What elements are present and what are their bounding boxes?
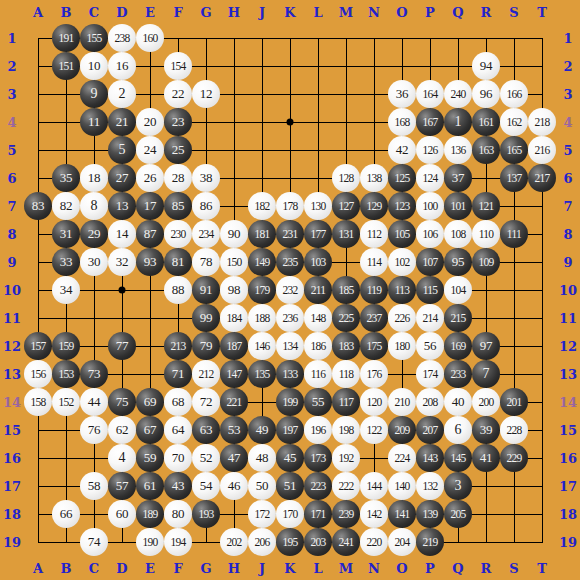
intersection-K3[interactable] — [276, 80, 304, 108]
intersection-N14[interactable]: 120 — [360, 388, 388, 416]
intersection-J13[interactable]: 135 — [248, 360, 276, 388]
intersection-D14[interactable]: 75 — [108, 388, 136, 416]
intersection-P2[interactable] — [416, 52, 444, 80]
intersection-O16[interactable]: 224 — [388, 444, 416, 472]
intersection-H12[interactable]: 187 — [220, 332, 248, 360]
intersection-N6[interactable]: 138 — [360, 164, 388, 192]
intersection-N3[interactable] — [360, 80, 388, 108]
intersection-F4[interactable]: 23 — [164, 108, 192, 136]
intersection-R1[interactable] — [472, 24, 500, 52]
intersection-M1[interactable] — [332, 24, 360, 52]
intersection-R2[interactable]: 94 — [472, 52, 500, 80]
intersection-L4[interactable] — [304, 108, 332, 136]
intersection-H13[interactable]: 147 — [220, 360, 248, 388]
intersection-N12[interactable]: 175 — [360, 332, 388, 360]
intersection-S17[interactable] — [500, 472, 528, 500]
intersection-E8[interactable]: 87 — [136, 220, 164, 248]
intersection-F15[interactable]: 64 — [164, 416, 192, 444]
intersection-O6[interactable]: 125 — [388, 164, 416, 192]
intersection-G5[interactable] — [192, 136, 220, 164]
intersection-T8[interactable] — [528, 220, 556, 248]
intersection-J4[interactable] — [248, 108, 276, 136]
intersection-D5[interactable]: 5 — [108, 136, 136, 164]
intersection-T11[interactable] — [528, 304, 556, 332]
intersection-J11[interactable]: 188 — [248, 304, 276, 332]
intersection-R13[interactable]: 7 — [472, 360, 500, 388]
intersection-M11[interactable]: 225 — [332, 304, 360, 332]
intersection-O3[interactable]: 36 — [388, 80, 416, 108]
intersection-T5[interactable]: 216 — [528, 136, 556, 164]
intersection-M17[interactable]: 222 — [332, 472, 360, 500]
intersection-A1[interactable] — [24, 24, 52, 52]
intersection-T17[interactable] — [528, 472, 556, 500]
intersection-S11[interactable] — [500, 304, 528, 332]
intersection-T7[interactable] — [528, 192, 556, 220]
intersection-H10[interactable]: 98 — [220, 276, 248, 304]
intersection-J5[interactable] — [248, 136, 276, 164]
intersection-F10[interactable]: 88 — [164, 276, 192, 304]
intersection-M5[interactable] — [332, 136, 360, 164]
intersection-Q5[interactable]: 136 — [444, 136, 472, 164]
intersection-D19[interactable] — [108, 528, 136, 556]
intersection-Q11[interactable]: 215 — [444, 304, 472, 332]
intersection-A9[interactable] — [24, 248, 52, 276]
intersection-L12[interactable]: 186 — [304, 332, 332, 360]
intersection-O15[interactable]: 209 — [388, 416, 416, 444]
intersection-J16[interactable]: 48 — [248, 444, 276, 472]
intersection-A12[interactable]: 157 — [24, 332, 52, 360]
intersection-B10[interactable]: 34 — [52, 276, 80, 304]
intersection-F6[interactable]: 28 — [164, 164, 192, 192]
intersection-H8[interactable]: 90 — [220, 220, 248, 248]
intersection-M10[interactable]: 185 — [332, 276, 360, 304]
intersection-F11[interactable] — [164, 304, 192, 332]
intersection-R8[interactable]: 110 — [472, 220, 500, 248]
intersection-A7[interactable]: 83 — [24, 192, 52, 220]
intersection-E3[interactable] — [136, 80, 164, 108]
intersection-Q17[interactable]: 3 — [444, 472, 472, 500]
intersection-H1[interactable] — [220, 24, 248, 52]
intersection-O10[interactable]: 113 — [388, 276, 416, 304]
intersection-L17[interactable]: 223 — [304, 472, 332, 500]
intersection-O12[interactable]: 180 — [388, 332, 416, 360]
intersection-E2[interactable] — [136, 52, 164, 80]
intersection-A13[interactable]: 156 — [24, 360, 52, 388]
intersection-H15[interactable]: 53 — [220, 416, 248, 444]
intersection-C15[interactable]: 76 — [80, 416, 108, 444]
intersection-N10[interactable]: 119 — [360, 276, 388, 304]
intersection-K17[interactable]: 51 — [276, 472, 304, 500]
intersection-M18[interactable]: 239 — [332, 500, 360, 528]
intersection-B4[interactable] — [52, 108, 80, 136]
intersection-N8[interactable]: 112 — [360, 220, 388, 248]
intersection-K1[interactable] — [276, 24, 304, 52]
intersection-F3[interactable]: 22 — [164, 80, 192, 108]
intersection-O17[interactable]: 140 — [388, 472, 416, 500]
intersection-L1[interactable] — [304, 24, 332, 52]
intersection-B14[interactable]: 152 — [52, 388, 80, 416]
intersection-B12[interactable]: 159 — [52, 332, 80, 360]
intersection-M2[interactable] — [332, 52, 360, 80]
intersection-K9[interactable]: 235 — [276, 248, 304, 276]
intersection-L6[interactable] — [304, 164, 332, 192]
intersection-J18[interactable]: 172 — [248, 500, 276, 528]
intersection-S4[interactable]: 162 — [500, 108, 528, 136]
intersection-B5[interactable] — [52, 136, 80, 164]
intersection-G9[interactable]: 78 — [192, 248, 220, 276]
intersection-S3[interactable]: 166 — [500, 80, 528, 108]
intersection-Q12[interactable]: 169 — [444, 332, 472, 360]
intersection-K14[interactable]: 199 — [276, 388, 304, 416]
intersection-D2[interactable]: 16 — [108, 52, 136, 80]
intersection-G3[interactable]: 12 — [192, 80, 220, 108]
intersection-A16[interactable] — [24, 444, 52, 472]
intersection-R3[interactable]: 96 — [472, 80, 500, 108]
intersection-N2[interactable] — [360, 52, 388, 80]
intersection-H2[interactable] — [220, 52, 248, 80]
intersection-C10[interactable] — [80, 276, 108, 304]
intersection-P1[interactable] — [416, 24, 444, 52]
intersection-L11[interactable]: 148 — [304, 304, 332, 332]
intersection-D3[interactable]: 2 — [108, 80, 136, 108]
intersection-S8[interactable]: 111 — [500, 220, 528, 248]
intersection-M16[interactable]: 192 — [332, 444, 360, 472]
intersection-B15[interactable] — [52, 416, 80, 444]
intersection-L13[interactable]: 116 — [304, 360, 332, 388]
intersection-M12[interactable]: 183 — [332, 332, 360, 360]
intersection-E18[interactable]: 189 — [136, 500, 164, 528]
intersection-P10[interactable]: 115 — [416, 276, 444, 304]
intersection-N16[interactable] — [360, 444, 388, 472]
intersection-Q1[interactable] — [444, 24, 472, 52]
intersection-T12[interactable] — [528, 332, 556, 360]
intersection-L2[interactable] — [304, 52, 332, 80]
intersection-H6[interactable] — [220, 164, 248, 192]
intersection-Q3[interactable]: 240 — [444, 80, 472, 108]
intersection-E13[interactable] — [136, 360, 164, 388]
intersection-S5[interactable]: 165 — [500, 136, 528, 164]
intersection-A5[interactable] — [24, 136, 52, 164]
intersection-J15[interactable]: 49 — [248, 416, 276, 444]
intersection-R12[interactable]: 97 — [472, 332, 500, 360]
intersection-R17[interactable] — [472, 472, 500, 500]
intersection-R10[interactable] — [472, 276, 500, 304]
intersection-E12[interactable] — [136, 332, 164, 360]
intersection-A18[interactable] — [24, 500, 52, 528]
intersection-G14[interactable]: 72 — [192, 388, 220, 416]
intersection-N7[interactable]: 129 — [360, 192, 388, 220]
intersection-N11[interactable]: 237 — [360, 304, 388, 332]
intersection-T13[interactable] — [528, 360, 556, 388]
intersection-C5[interactable] — [80, 136, 108, 164]
intersection-S6[interactable]: 137 — [500, 164, 528, 192]
intersection-D6[interactable]: 27 — [108, 164, 136, 192]
intersection-J2[interactable] — [248, 52, 276, 80]
intersection-B2[interactable]: 151 — [52, 52, 80, 80]
intersection-M7[interactable]: 127 — [332, 192, 360, 220]
intersection-E17[interactable]: 61 — [136, 472, 164, 500]
intersection-E15[interactable]: 67 — [136, 416, 164, 444]
intersection-B8[interactable]: 31 — [52, 220, 80, 248]
intersection-N9[interactable]: 114 — [360, 248, 388, 276]
intersection-G15[interactable]: 63 — [192, 416, 220, 444]
intersection-P4[interactable]: 167 — [416, 108, 444, 136]
intersection-T2[interactable] — [528, 52, 556, 80]
intersection-J7[interactable]: 182 — [248, 192, 276, 220]
intersection-R11[interactable] — [472, 304, 500, 332]
intersection-C9[interactable]: 30 — [80, 248, 108, 276]
intersection-S9[interactable] — [500, 248, 528, 276]
intersection-S1[interactable] — [500, 24, 528, 52]
intersection-A4[interactable] — [24, 108, 52, 136]
intersection-M6[interactable]: 128 — [332, 164, 360, 192]
intersection-F5[interactable]: 25 — [164, 136, 192, 164]
intersection-Q14[interactable]: 40 — [444, 388, 472, 416]
intersection-H17[interactable]: 46 — [220, 472, 248, 500]
intersection-N5[interactable] — [360, 136, 388, 164]
intersection-O4[interactable]: 168 — [388, 108, 416, 136]
intersection-S18[interactable] — [500, 500, 528, 528]
intersection-A6[interactable] — [24, 164, 52, 192]
intersection-P15[interactable]: 207 — [416, 416, 444, 444]
intersection-M4[interactable] — [332, 108, 360, 136]
intersection-S14[interactable]: 201 — [500, 388, 528, 416]
intersection-E11[interactable] — [136, 304, 164, 332]
intersection-K11[interactable]: 236 — [276, 304, 304, 332]
intersection-Q10[interactable]: 104 — [444, 276, 472, 304]
intersection-S10[interactable] — [500, 276, 528, 304]
intersection-C3[interactable]: 9 — [80, 80, 108, 108]
intersection-D18[interactable]: 60 — [108, 500, 136, 528]
intersection-O2[interactable] — [388, 52, 416, 80]
intersection-Q6[interactable]: 37 — [444, 164, 472, 192]
intersection-F1[interactable] — [164, 24, 192, 52]
intersection-E6[interactable]: 26 — [136, 164, 164, 192]
intersection-P19[interactable]: 219 — [416, 528, 444, 556]
intersection-J8[interactable]: 181 — [248, 220, 276, 248]
intersection-G13[interactable]: 212 — [192, 360, 220, 388]
intersection-R14[interactable]: 200 — [472, 388, 500, 416]
intersection-Q15[interactable]: 6 — [444, 416, 472, 444]
intersection-C16[interactable] — [80, 444, 108, 472]
intersection-K8[interactable]: 231 — [276, 220, 304, 248]
intersection-D9[interactable]: 32 — [108, 248, 136, 276]
intersection-F12[interactable]: 213 — [164, 332, 192, 360]
intersection-M3[interactable] — [332, 80, 360, 108]
intersection-O5[interactable]: 42 — [388, 136, 416, 164]
intersection-Q2[interactable] — [444, 52, 472, 80]
intersection-M8[interactable]: 131 — [332, 220, 360, 248]
intersection-L8[interactable]: 177 — [304, 220, 332, 248]
intersection-E10[interactable] — [136, 276, 164, 304]
intersection-L5[interactable] — [304, 136, 332, 164]
intersection-S12[interactable] — [500, 332, 528, 360]
intersection-P7[interactable]: 100 — [416, 192, 444, 220]
intersection-D10[interactable] — [108, 276, 136, 304]
intersection-E19[interactable]: 190 — [136, 528, 164, 556]
intersection-T18[interactable] — [528, 500, 556, 528]
intersection-B6[interactable]: 35 — [52, 164, 80, 192]
intersection-F17[interactable]: 43 — [164, 472, 192, 500]
intersection-R6[interactable] — [472, 164, 500, 192]
intersection-O14[interactable]: 210 — [388, 388, 416, 416]
intersection-C1[interactable]: 155 — [80, 24, 108, 52]
intersection-K2[interactable] — [276, 52, 304, 80]
intersection-J6[interactable] — [248, 164, 276, 192]
intersection-L3[interactable] — [304, 80, 332, 108]
intersection-H5[interactable] — [220, 136, 248, 164]
intersection-C4[interactable]: 11 — [80, 108, 108, 136]
intersection-B9[interactable]: 33 — [52, 248, 80, 276]
intersection-D13[interactable] — [108, 360, 136, 388]
intersection-A19[interactable] — [24, 528, 52, 556]
intersection-D7[interactable]: 13 — [108, 192, 136, 220]
intersection-J17[interactable]: 50 — [248, 472, 276, 500]
intersection-R16[interactable]: 41 — [472, 444, 500, 472]
intersection-B1[interactable]: 191 — [52, 24, 80, 52]
intersection-B13[interactable]: 153 — [52, 360, 80, 388]
intersection-H7[interactable] — [220, 192, 248, 220]
intersection-Q8[interactable]: 108 — [444, 220, 472, 248]
intersection-K18[interactable]: 170 — [276, 500, 304, 528]
intersection-T19[interactable] — [528, 528, 556, 556]
intersection-F13[interactable]: 71 — [164, 360, 192, 388]
intersection-L16[interactable]: 173 — [304, 444, 332, 472]
intersection-S2[interactable] — [500, 52, 528, 80]
intersection-N17[interactable]: 144 — [360, 472, 388, 500]
intersection-F18[interactable]: 80 — [164, 500, 192, 528]
intersection-F2[interactable]: 154 — [164, 52, 192, 80]
intersection-O11[interactable]: 226 — [388, 304, 416, 332]
intersection-B3[interactable] — [52, 80, 80, 108]
intersection-O13[interactable] — [388, 360, 416, 388]
intersection-R19[interactable] — [472, 528, 500, 556]
intersection-G10[interactable]: 91 — [192, 276, 220, 304]
intersection-P13[interactable]: 174 — [416, 360, 444, 388]
intersection-B11[interactable] — [52, 304, 80, 332]
intersection-G12[interactable]: 79 — [192, 332, 220, 360]
intersection-F19[interactable]: 194 — [164, 528, 192, 556]
intersection-F7[interactable]: 85 — [164, 192, 192, 220]
intersection-Q13[interactable]: 233 — [444, 360, 472, 388]
intersection-J14[interactable] — [248, 388, 276, 416]
intersection-L14[interactable]: 55 — [304, 388, 332, 416]
intersection-G18[interactable]: 193 — [192, 500, 220, 528]
intersection-D11[interactable] — [108, 304, 136, 332]
intersection-P6[interactable]: 124 — [416, 164, 444, 192]
intersection-T16[interactable] — [528, 444, 556, 472]
intersection-G11[interactable]: 99 — [192, 304, 220, 332]
intersection-D16[interactable]: 4 — [108, 444, 136, 472]
intersection-E1[interactable]: 160 — [136, 24, 164, 52]
intersection-D4[interactable]: 21 — [108, 108, 136, 136]
intersection-H18[interactable] — [220, 500, 248, 528]
intersection-B16[interactable] — [52, 444, 80, 472]
intersection-H14[interactable]: 221 — [220, 388, 248, 416]
intersection-D8[interactable]: 14 — [108, 220, 136, 248]
intersection-G2[interactable] — [192, 52, 220, 80]
intersection-N13[interactable]: 176 — [360, 360, 388, 388]
intersection-O8[interactable]: 105 — [388, 220, 416, 248]
intersection-T9[interactable] — [528, 248, 556, 276]
intersection-N4[interactable] — [360, 108, 388, 136]
intersection-P16[interactable]: 143 — [416, 444, 444, 472]
intersection-B7[interactable]: 82 — [52, 192, 80, 220]
intersection-J10[interactable]: 179 — [248, 276, 276, 304]
intersection-K19[interactable]: 195 — [276, 528, 304, 556]
intersection-S16[interactable]: 229 — [500, 444, 528, 472]
intersection-B18[interactable]: 66 — [52, 500, 80, 528]
intersection-R4[interactable]: 161 — [472, 108, 500, 136]
intersection-T3[interactable] — [528, 80, 556, 108]
intersection-A3[interactable] — [24, 80, 52, 108]
intersection-D15[interactable]: 62 — [108, 416, 136, 444]
intersection-N18[interactable]: 142 — [360, 500, 388, 528]
intersection-P8[interactable]: 106 — [416, 220, 444, 248]
intersection-T10[interactable] — [528, 276, 556, 304]
intersection-O7[interactable]: 123 — [388, 192, 416, 220]
intersection-Q18[interactable]: 205 — [444, 500, 472, 528]
intersection-R15[interactable]: 39 — [472, 416, 500, 444]
intersection-C18[interactable] — [80, 500, 108, 528]
intersection-J3[interactable] — [248, 80, 276, 108]
intersection-M9[interactable] — [332, 248, 360, 276]
intersection-L9[interactable]: 103 — [304, 248, 332, 276]
intersection-Q4[interactable]: 1 — [444, 108, 472, 136]
intersection-G7[interactable]: 86 — [192, 192, 220, 220]
intersection-L19[interactable]: 203 — [304, 528, 332, 556]
intersection-R9[interactable]: 109 — [472, 248, 500, 276]
intersection-P17[interactable]: 132 — [416, 472, 444, 500]
intersection-G16[interactable]: 52 — [192, 444, 220, 472]
intersection-P12[interactable]: 56 — [416, 332, 444, 360]
intersection-C17[interactable]: 58 — [80, 472, 108, 500]
intersection-O1[interactable] — [388, 24, 416, 52]
intersection-A10[interactable] — [24, 276, 52, 304]
intersection-K13[interactable]: 133 — [276, 360, 304, 388]
intersection-Q9[interactable]: 95 — [444, 248, 472, 276]
intersection-C2[interactable]: 10 — [80, 52, 108, 80]
intersection-K5[interactable] — [276, 136, 304, 164]
intersection-C12[interactable] — [80, 332, 108, 360]
intersection-H4[interactable] — [220, 108, 248, 136]
intersection-A15[interactable] — [24, 416, 52, 444]
intersection-D12[interactable]: 77 — [108, 332, 136, 360]
intersection-S15[interactable]: 228 — [500, 416, 528, 444]
intersection-B19[interactable] — [52, 528, 80, 556]
intersection-H19[interactable]: 202 — [220, 528, 248, 556]
intersection-C7[interactable]: 8 — [80, 192, 108, 220]
intersection-E4[interactable]: 20 — [136, 108, 164, 136]
intersection-F16[interactable]: 70 — [164, 444, 192, 472]
intersection-K7[interactable]: 178 — [276, 192, 304, 220]
intersection-T1[interactable] — [528, 24, 556, 52]
intersection-Q7[interactable]: 101 — [444, 192, 472, 220]
intersection-G1[interactable] — [192, 24, 220, 52]
intersection-C19[interactable]: 74 — [80, 528, 108, 556]
intersection-F9[interactable]: 81 — [164, 248, 192, 276]
intersection-J19[interactable]: 206 — [248, 528, 276, 556]
intersection-Q19[interactable] — [444, 528, 472, 556]
intersection-N1[interactable] — [360, 24, 388, 52]
intersection-A14[interactable]: 158 — [24, 388, 52, 416]
intersection-A2[interactable] — [24, 52, 52, 80]
intersection-R7[interactable]: 121 — [472, 192, 500, 220]
intersection-P11[interactable]: 214 — [416, 304, 444, 332]
intersection-F8[interactable]: 230 — [164, 220, 192, 248]
intersection-K15[interactable]: 197 — [276, 416, 304, 444]
intersection-R5[interactable]: 163 — [472, 136, 500, 164]
